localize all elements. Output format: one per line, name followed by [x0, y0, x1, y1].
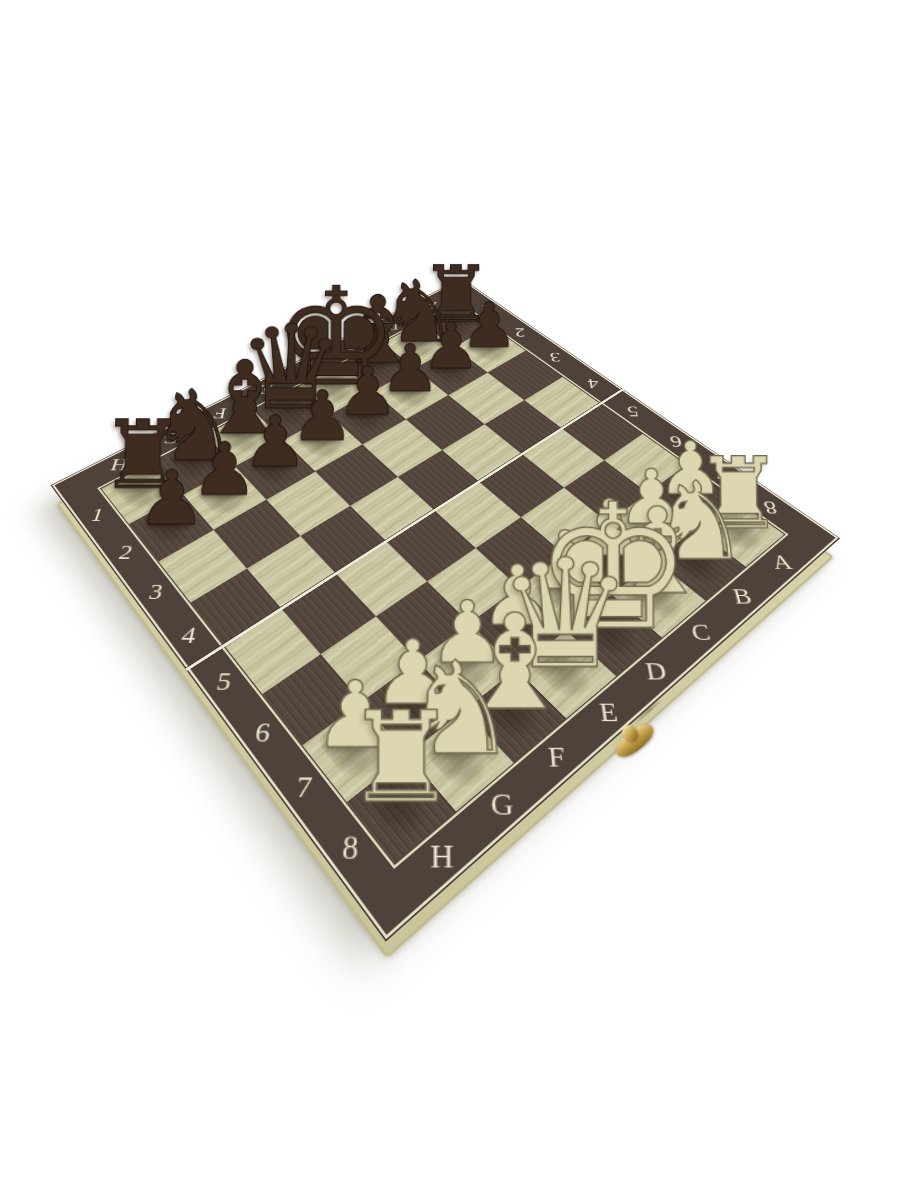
piece-white-rook: ♜: [344, 696, 459, 822]
chess-board: 12345678A♜♟♟♜AB♞♟♟♞BC♝♟♟♝CD♚♟♟♚DE♛♟♟♛EF♝…: [50, 278, 840, 942]
piece-black-pawn: ♟: [137, 461, 207, 536]
scene: 12345678A♜♟♟♜AB♞♟♟♞BC♝♟♟♝CD♚♟♟♚DE♛♟♟♛EF♝…: [0, 0, 900, 1200]
product-photo-stage: 12345678A♜♟♟♜AB♞♟♟♞BC♝♟♟♝CD♚♟♟♚DE♛♟♟♛EF♝…: [0, 0, 900, 1200]
board-face: 12345678A♜♟♟♜AB♞♟♟♞BC♝♟♟♝CD♚♟♟♚DE♛♟♟♛EF♝…: [50, 278, 840, 942]
